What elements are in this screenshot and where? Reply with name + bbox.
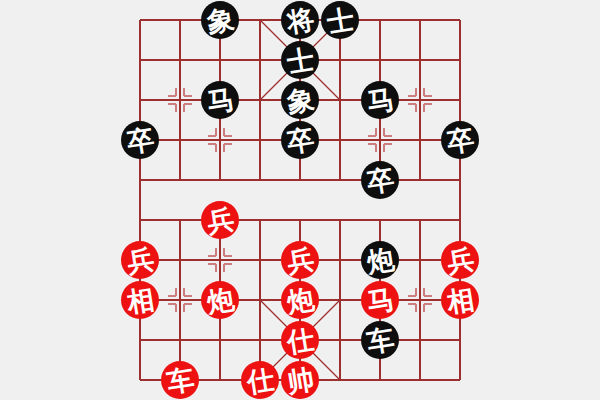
piece-glyph: 炮: [285, 285, 316, 316]
piece-glyph: 兵: [445, 245, 476, 276]
piece-black-soldier-4[interactable]: 卒: [361, 161, 399, 199]
piece-red-advisor-2[interactable]: 仕: [241, 361, 279, 399]
piece-red-soldier-2[interactable]: 兵: [121, 241, 159, 279]
piece-red-general[interactable]: 帅: [281, 361, 319, 399]
piece-black-chariot-1[interactable]: 车: [361, 321, 399, 359]
piece-glyph: 象: [285, 85, 316, 116]
piece-glyph: 马: [365, 85, 396, 116]
piece-black-general[interactable]: 将: [281, 1, 319, 39]
piece-glyph: 仕: [245, 365, 276, 396]
piece-glyph: 相: [125, 285, 156, 316]
piece-black-elephant-2[interactable]: 象: [281, 81, 319, 119]
piece-glyph: 士: [285, 45, 316, 76]
xiangqi-app: 象将士士马象马卒卒卒卒炮车兵兵兵兵相炮炮马相仕车仕帅: [0, 0, 600, 400]
pieces-layer: 象将士士马象马卒卒卒卒炮车兵兵兵兵相炮炮马相仕车仕帅: [0, 0, 600, 400]
piece-red-cannon-1[interactable]: 炮: [201, 281, 239, 319]
piece-glyph: 兵: [205, 205, 236, 236]
piece-glyph: 炮: [365, 245, 396, 276]
piece-glyph: 卒: [285, 125, 316, 156]
piece-red-advisor-1[interactable]: 仕: [281, 321, 319, 359]
piece-red-elephant-1[interactable]: 相: [121, 281, 159, 319]
piece-glyph: 卒: [125, 125, 156, 156]
piece-glyph: 兵: [285, 245, 316, 276]
piece-glyph: 炮: [205, 285, 236, 316]
piece-red-elephant-2[interactable]: 相: [441, 281, 479, 319]
piece-black-horse-1[interactable]: 马: [201, 81, 239, 119]
piece-red-chariot-1[interactable]: 车: [161, 361, 199, 399]
piece-glyph: 兵: [125, 245, 156, 276]
piece-black-soldier-1[interactable]: 卒: [121, 121, 159, 159]
piece-glyph: 相: [445, 285, 476, 316]
piece-glyph: 仕: [285, 325, 316, 356]
piece-glyph: 卒: [365, 165, 396, 196]
piece-glyph: 车: [165, 365, 196, 396]
piece-glyph: 车: [365, 325, 396, 356]
piece-red-soldier-3[interactable]: 兵: [281, 241, 319, 279]
piece-glyph: 马: [365, 285, 396, 316]
piece-black-horse-2[interactable]: 马: [361, 81, 399, 119]
piece-red-soldier-4[interactable]: 兵: [441, 241, 479, 279]
piece-black-soldier-3[interactable]: 卒: [441, 121, 479, 159]
piece-glyph: 将: [285, 5, 316, 36]
piece-glyph: 士: [325, 5, 356, 36]
piece-glyph: 卒: [445, 125, 476, 156]
piece-glyph: 帅: [285, 365, 316, 396]
piece-glyph: 象: [205, 5, 236, 36]
piece-black-cannon-1[interactable]: 炮: [361, 241, 399, 279]
piece-glyph: 马: [205, 85, 236, 116]
piece-black-advisor-1[interactable]: 士: [321, 1, 359, 39]
piece-black-elephant-1[interactable]: 象: [201, 1, 239, 39]
piece-red-cannon-2[interactable]: 炮: [281, 281, 319, 319]
piece-black-advisor-2[interactable]: 士: [281, 41, 319, 79]
piece-red-horse-1[interactable]: 马: [361, 281, 399, 319]
piece-red-soldier-1[interactable]: 兵: [201, 201, 239, 239]
piece-black-soldier-2[interactable]: 卒: [281, 121, 319, 159]
